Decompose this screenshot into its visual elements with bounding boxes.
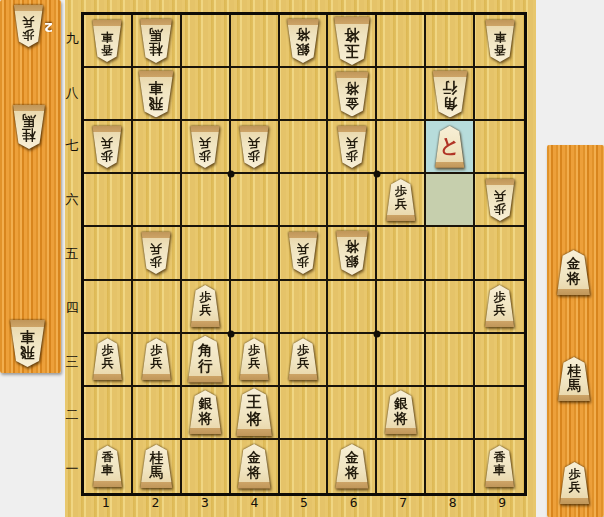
square-8-二[interactable] [426,387,475,440]
piece-body: 角 行 [187,336,224,383]
piece-text: 歩 兵 [248,126,260,168]
file-label-1: 1 [81,495,131,515]
piece-text: 歩 兵 [101,338,113,380]
rank-label-六: 六 [63,173,81,227]
square-4-三[interactable]: 歩 兵 [231,334,280,387]
piece-body: 歩 兵 [13,5,44,47]
piece-歩[interactable]: 歩 兵 [92,338,123,380]
square-9-二[interactable] [475,387,524,440]
piece-body: 歩 兵 [484,285,515,327]
piece-text: 歩 兵 [248,338,260,380]
square-2-四[interactable] [133,281,182,334]
piece-body: 桂 馬 [12,105,46,149]
square-1-四[interactable] [84,281,133,334]
piece-body: 歩 兵 [92,126,123,168]
square-9-八[interactable] [475,68,524,121]
piece-歩[interactable]: 歩 兵 [190,285,221,327]
piece-桂[interactable]: 桂 馬 [557,357,591,401]
piece-歩-rotated[interactable]: 歩 兵 [287,232,318,274]
square-1-八[interactable] [84,68,133,121]
square-4-五[interactable] [231,227,280,280]
file-labels: 123456789 [81,495,527,515]
square-3-五[interactable] [182,227,231,280]
piece-text: 桂 馬 [22,105,36,149]
square-4-七[interactable]: 歩 兵 [231,121,280,174]
piece-text: 銀 将 [345,231,359,275]
star-point [227,330,234,337]
piece-text: 銀 将 [296,19,310,63]
piece-body: と [434,126,465,168]
square-5-二[interactable] [280,387,329,440]
square-7-三[interactable] [377,334,426,387]
piece-金[interactable]: 金 将 [334,444,369,489]
piece-歩[interactable]: 歩 兵 [484,285,515,327]
square-1-三[interactable]: 歩 兵 [84,334,133,387]
square-8-三[interactable] [426,334,475,387]
piece-body: 飛 車 [9,320,46,367]
piece-text: 歩 兵 [346,126,358,168]
square-6-八[interactable]: 金 将 [328,68,377,121]
piece-香[interactable]: 香 車 [484,445,515,487]
rank-labels: 九八七六五四三二一 [63,12,81,496]
file-label-2: 2 [131,495,181,515]
rank-label-二: 二 [63,388,81,442]
piece-body: 香 車 [484,20,515,62]
square-9-三[interactable] [475,334,524,387]
piece-text: と [439,126,459,168]
piece-歩-rotated[interactable]: 歩 兵 [13,5,44,47]
piece-body: 桂 馬 [557,357,591,401]
square-2-八[interactable]: 飛 車 [133,68,182,121]
piece-玉-rotated[interactable]: 玉 将 [333,17,371,65]
square-1-六[interactable] [84,174,133,227]
piece-金[interactable]: 金 将 [556,250,591,295]
square-2-二[interactable] [133,387,182,440]
piece-text: 銀 将 [198,390,212,434]
piece-銀[interactable]: 銀 将 [188,390,222,434]
square-9-六[interactable]: 歩 兵 [475,174,524,227]
piece-と[interactable]: と [434,126,465,168]
piece-text: 歩 兵 [569,462,581,504]
square-5-八[interactable] [280,68,329,121]
square-6-五[interactable]: 銀 将 [328,227,377,280]
square-7-五[interactable] [377,227,426,280]
piece-text: 桂 馬 [150,19,164,63]
square-8-六[interactable] [426,174,475,227]
piece-text: 金 将 [247,444,261,489]
square-3-一[interactable] [182,440,231,493]
captured-tray-left: 歩 兵2桂 馬飛 車 [0,0,61,373]
rank-label-九: 九 [63,12,81,66]
piece-text: 香 車 [494,20,506,62]
square-3-四[interactable]: 歩 兵 [182,281,231,334]
square-1-七[interactable]: 歩 兵 [84,121,133,174]
square-1-一[interactable]: 香 車 [84,440,133,493]
square-7-九[interactable] [377,15,426,68]
piece-歩[interactable]: 歩 兵 [141,338,172,380]
piece-text: 玉 将 [344,17,359,65]
square-4-四[interactable] [231,281,280,334]
square-6-三[interactable] [328,334,377,387]
square-7-一[interactable] [377,440,426,493]
square-9-九[interactable]: 香 車 [475,15,524,68]
piece-text: 飛 車 [20,320,35,367]
square-3-二[interactable]: 銀 将 [182,387,231,440]
file-label-4: 4 [230,495,280,515]
square-3-三[interactable]: 角 行 [182,334,231,387]
piece-text: 銀 将 [394,390,408,434]
square-2-六[interactable] [133,174,182,227]
piece-body: 歩 兵 [484,179,515,221]
square-6-七[interactable]: 歩 兵 [328,121,377,174]
rank-label-一: 一 [63,442,81,496]
square-2-五[interactable]: 歩 兵 [133,227,182,280]
piece-歩[interactable]: 歩 兵 [239,338,270,380]
square-7-七[interactable] [377,121,426,174]
piece-text: 歩 兵 [297,338,309,380]
piece-body: 金 将 [237,444,272,489]
square-5-五[interactable]: 歩 兵 [280,227,329,280]
piece-text: 角 行 [442,70,457,117]
piece-body: 歩 兵 [141,338,172,380]
piece-歩-rotated[interactable]: 歩 兵 [92,126,123,168]
piece-body: 銀 将 [188,390,222,434]
square-1-二[interactable] [84,387,133,440]
square-7-二[interactable]: 銀 将 [377,387,426,440]
board-grid: 香 車桂 馬銀 将玉 将香 車飛 車金 将角 行歩 兵歩 兵歩 兵歩 兵と歩 兵… [81,12,527,496]
piece-桂-rotated[interactable]: 桂 馬 [139,19,173,63]
piece-text: 王 将 [247,388,262,436]
piece-body: 歩 兵 [336,126,367,168]
square-7-四[interactable] [377,281,426,334]
piece-text: 歩 兵 [494,285,506,327]
star-point [374,330,381,337]
square-9-五[interactable] [475,227,524,280]
square-6-一[interactable]: 金 将 [328,440,377,493]
square-8-七[interactable]: と [426,121,475,174]
file-label-8: 8 [428,495,478,515]
piece-body: 飛 車 [138,70,175,117]
piece-金-rotated[interactable]: 金 将 [334,71,369,116]
piece-body: 桂 馬 [139,19,173,63]
rank-label-三: 三 [63,335,81,389]
piece-body: 歩 兵 [559,462,590,504]
square-3-八[interactable] [182,68,231,121]
piece-銀[interactable]: 銀 将 [384,390,418,434]
piece-text: 歩 兵 [395,179,407,221]
piece-body: 歩 兵 [287,338,318,380]
piece-text: 飛 車 [149,70,164,117]
square-9-四[interactable]: 歩 兵 [475,281,524,334]
square-8-四[interactable] [426,281,475,334]
piece-香[interactable]: 香 車 [92,445,123,487]
piece-body: 香 車 [92,445,123,487]
star-point [227,171,234,178]
rank-label-五: 五 [63,227,81,281]
piece-body: 歩 兵 [287,232,318,274]
square-1-九[interactable]: 香 車 [84,15,133,68]
square-4-六[interactable] [231,174,280,227]
rank-label-七: 七 [63,120,81,174]
piece-桂-rotated[interactable]: 桂 馬 [12,105,46,149]
square-8-五[interactable] [426,227,475,280]
piece-text: 桂 馬 [150,444,164,488]
piece-body: 香 車 [92,20,123,62]
piece-歩-rotated[interactable]: 歩 兵 [190,126,221,168]
square-5-九[interactable]: 銀 将 [280,15,329,68]
square-6-九[interactable]: 玉 将 [328,15,377,68]
piece-香-rotated[interactable]: 香 車 [484,20,515,62]
square-6-六[interactable] [328,174,377,227]
square-5-七[interactable] [280,121,329,174]
piece-body: 歩 兵 [141,232,172,274]
piece-歩-rotated[interactable]: 歩 兵 [484,179,515,221]
square-4-九[interactable] [231,15,280,68]
piece-body: 歩 兵 [239,126,270,168]
file-label-5: 5 [279,495,329,515]
square-8-八[interactable]: 角 行 [426,68,475,121]
piece-text: 桂 馬 [567,357,581,401]
shogi-app: 歩 兵2桂 馬飛 車 金 将桂 馬歩 兵 九八七六五四三二一 123456789… [0,0,604,517]
square-1-五[interactable] [84,227,133,280]
square-5-一[interactable] [280,440,329,493]
piece-body: 歩 兵 [92,338,123,380]
piece-歩[interactable]: 歩 兵 [559,462,590,504]
square-3-九[interactable] [182,15,231,68]
square-2-七[interactable] [133,121,182,174]
file-label-7: 7 [378,495,428,515]
piece-香-rotated[interactable]: 香 車 [92,20,123,62]
piece-body: 金 将 [334,71,369,116]
square-3-七[interactable]: 歩 兵 [182,121,231,174]
square-8-九[interactable] [426,15,475,68]
square-4-一[interactable]: 金 将 [231,440,280,493]
piece-飛-rotated[interactable]: 飛 車 [9,320,46,367]
piece-text: 歩 兵 [150,232,162,274]
square-2-九[interactable]: 桂 馬 [133,15,182,68]
captured-tray-right: 金 将桂 馬歩 兵 [547,145,604,517]
square-2-三[interactable]: 歩 兵 [133,334,182,387]
captured-count: 2 [44,20,53,35]
piece-text: 金 将 [345,444,359,489]
piece-body: 香 車 [484,445,515,487]
piece-body: 歩 兵 [385,179,416,221]
file-label-9: 9 [478,495,528,515]
piece-body: 角 行 [431,70,468,117]
piece-text: 歩 兵 [297,232,309,274]
piece-body: 銀 将 [286,19,320,63]
piece-text: 歩 兵 [199,285,211,327]
square-4-八[interactable] [231,68,280,121]
square-5-六[interactable] [280,174,329,227]
piece-銀-rotated[interactable]: 銀 将 [335,231,369,275]
piece-金[interactable]: 金 将 [237,444,272,489]
piece-王[interactable]: 王 将 [235,388,273,436]
piece-飛-rotated[interactable]: 飛 車 [138,70,175,117]
square-5-三[interactable]: 歩 兵 [280,334,329,387]
piece-角-rotated[interactable]: 角 行 [431,70,468,117]
piece-body: 玉 将 [333,17,371,65]
piece-text: 金 将 [345,71,359,116]
piece-text: 歩 兵 [199,126,211,168]
piece-body: 歩 兵 [190,126,221,168]
piece-body: 歩 兵 [239,338,270,380]
square-6-四[interactable] [328,281,377,334]
file-label-3: 3 [180,495,230,515]
piece-text: 香 車 [101,20,113,62]
square-4-二[interactable]: 王 将 [231,387,280,440]
square-2-一[interactable]: 桂 馬 [133,440,182,493]
piece-body: 金 将 [334,444,369,489]
piece-角[interactable]: 角 行 [187,336,224,383]
rank-label-四: 四 [63,281,81,335]
piece-body: 歩 兵 [190,285,221,327]
piece-歩[interactable]: 歩 兵 [287,338,318,380]
square-9-一[interactable]: 香 車 [475,440,524,493]
piece-桂[interactable]: 桂 馬 [139,444,173,488]
piece-歩[interactable]: 歩 兵 [385,179,416,221]
piece-text: 歩 兵 [23,5,35,47]
piece-body: 銀 将 [335,231,369,275]
square-7-六[interactable]: 歩 兵 [377,174,426,227]
piece-text: 香 車 [101,445,113,487]
square-6-二[interactable] [328,387,377,440]
piece-text: 歩 兵 [150,338,162,380]
piece-body: 銀 将 [384,390,418,434]
piece-銀-rotated[interactable]: 銀 将 [286,19,320,63]
square-7-八[interactable] [377,68,426,121]
piece-text: 歩 兵 [101,126,113,168]
piece-text: 歩 兵 [494,179,506,221]
piece-歩-rotated[interactable]: 歩 兵 [239,126,270,168]
piece-text: 金 将 [567,250,581,295]
square-8-一[interactable] [426,440,475,493]
rank-label-八: 八 [63,66,81,120]
piece-text: 香 車 [494,445,506,487]
file-label-6: 6 [329,495,379,515]
piece-歩-rotated[interactable]: 歩 兵 [141,232,172,274]
square-5-四[interactable] [280,281,329,334]
piece-body: 金 将 [556,250,591,295]
star-point [374,171,381,178]
piece-body: 王 将 [235,388,273,436]
piece-歩-rotated[interactable]: 歩 兵 [336,126,367,168]
square-3-六[interactable] [182,174,231,227]
piece-text: 角 行 [198,336,213,383]
piece-body: 桂 馬 [139,444,173,488]
square-9-七[interactable] [475,121,524,174]
